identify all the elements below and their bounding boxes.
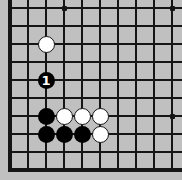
black-stone (38, 126, 55, 143)
star-point (170, 6, 175, 11)
white-stone (38, 36, 55, 53)
black-stone (38, 108, 55, 125)
grid-line-horizontal (8, 43, 182, 45)
star-point (170, 114, 175, 119)
grid-line-horizontal (8, 61, 182, 63)
grid-line-horizontal (8, 151, 182, 153)
board-bottom-edge-line (8, 168, 182, 172)
white-stone (74, 108, 91, 125)
white-stone (92, 126, 109, 143)
black-stone-move-1: 1 (38, 72, 55, 89)
go-board[interactable]: 1 (0, 0, 182, 180)
grid-line-horizontal (8, 79, 182, 81)
grid-line-horizontal (8, 25, 182, 27)
grid-line-horizontal (8, 97, 182, 99)
white-stone (92, 108, 109, 125)
move-number-label: 1 (41, 73, 50, 86)
black-stone (74, 126, 91, 143)
grid-line-horizontal (8, 7, 182, 9)
star-point (62, 6, 67, 11)
black-stone (56, 126, 73, 143)
white-stone (56, 108, 73, 125)
